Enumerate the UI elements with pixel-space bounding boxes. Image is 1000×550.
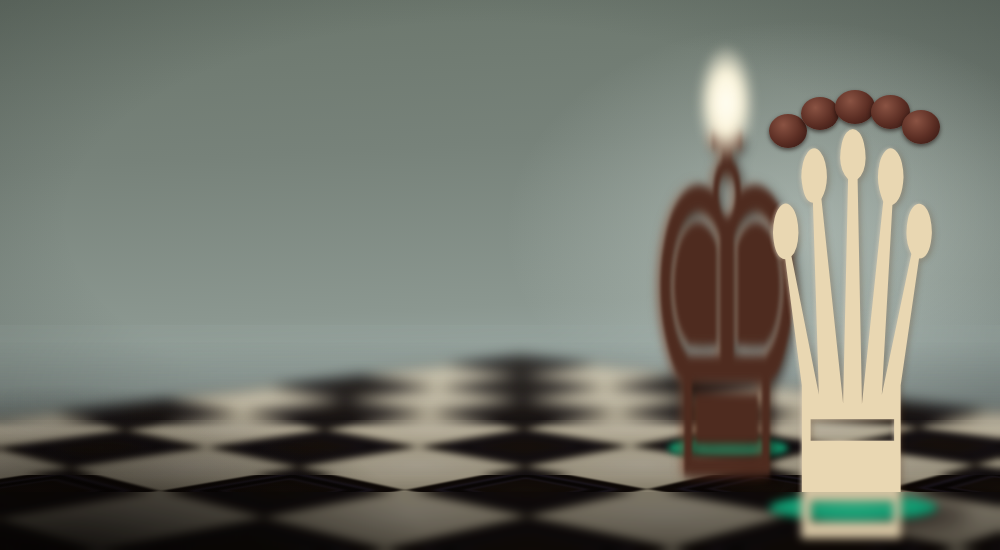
near-blur-overlay xyxy=(0,492,1000,550)
queen-coronet-ball-icon xyxy=(835,90,875,124)
photo-stage: ♚ ♛ xyxy=(0,0,1000,550)
queen-coronet-ball-icon xyxy=(801,97,839,130)
queen-coronet-ball-icon xyxy=(902,110,940,144)
